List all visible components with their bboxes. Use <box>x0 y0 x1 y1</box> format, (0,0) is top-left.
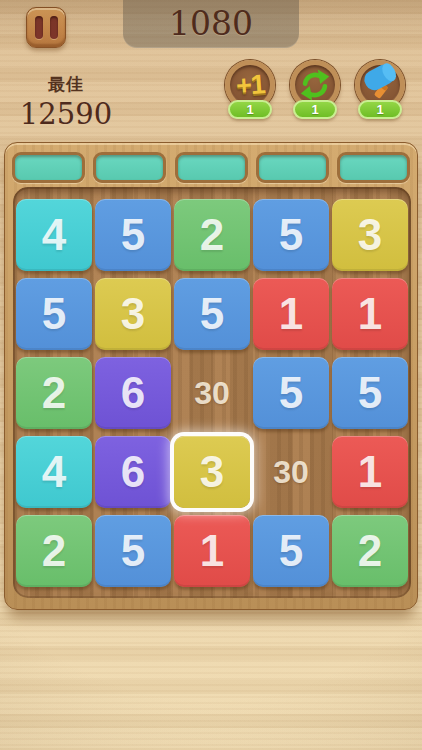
merge-slot <box>337 152 410 183</box>
pause-icon <box>35 16 43 39</box>
tile-3[interactable]: 3 <box>95 278 171 350</box>
floating-score: 30 <box>194 375 230 412</box>
tile-5[interactable]: 5 <box>95 199 171 271</box>
tile-6[interactable]: 6 <box>95 357 171 429</box>
board-frame: 452535351126305546330125152 <box>4 142 418 610</box>
tile-2[interactable]: 2 <box>332 515 408 587</box>
merge-slot <box>175 152 248 183</box>
count-text: 1 <box>376 103 383 116</box>
tile-1[interactable]: 1 <box>332 436 408 508</box>
tile-5[interactable]: 5 <box>95 515 171 587</box>
powerup-count-badge: 1 <box>228 100 272 119</box>
board: 452535351126305546330125152 <box>13 187 411 598</box>
plus-one-icon: +1 <box>235 69 266 102</box>
merge-slot <box>256 152 329 183</box>
powerup-hammer-button[interactable]: 1 <box>352 60 408 119</box>
tile-1[interactable]: 1 <box>174 515 250 587</box>
tile-2[interactable]: 2 <box>16 515 92 587</box>
hammer-icon <box>360 60 400 104</box>
score-banner: 1080 <box>123 0 299 48</box>
slot-row <box>12 152 410 183</box>
board-cell-empty[interactable]: 30 <box>253 436 329 508</box>
powerup-shuffle-button[interactable]: 1 <box>287 60 343 119</box>
tile-5[interactable]: 5 <box>332 357 408 429</box>
count-text: 1 <box>246 103 253 116</box>
tile-6[interactable]: 6 <box>95 436 171 508</box>
best-label: 最佳 <box>8 73 124 96</box>
tile-3[interactable]: 3 <box>174 436 250 508</box>
refresh-arrows-icon <box>298 68 332 102</box>
tile-4[interactable]: 4 <box>16 199 92 271</box>
count-text: 1 <box>311 103 318 116</box>
tile-grid: 452535351126305546330125152 <box>16 199 408 587</box>
tile-5[interactable]: 5 <box>253 357 329 429</box>
tile-4[interactable]: 4 <box>16 436 92 508</box>
best-score-block: 最佳 12590 <box>8 73 124 131</box>
tile-5[interactable]: 5 <box>253 515 329 587</box>
merge-slot <box>12 152 85 183</box>
tile-1[interactable]: 1 <box>332 278 408 350</box>
merge-slot <box>93 152 166 183</box>
powerup-count-badge: 1 <box>358 100 402 119</box>
tile-2[interactable]: 2 <box>174 199 250 271</box>
pause-button[interactable] <box>26 7 66 48</box>
tile-5[interactable]: 5 <box>253 199 329 271</box>
board-cell-empty[interactable]: 30 <box>174 357 250 429</box>
powerup-bar: +1 1 1 <box>222 60 408 119</box>
tile-5[interactable]: 5 <box>16 278 92 350</box>
tile-1[interactable]: 1 <box>253 278 329 350</box>
tile-5[interactable]: 5 <box>174 278 250 350</box>
pause-icon <box>50 16 58 39</box>
tile-2[interactable]: 2 <box>16 357 92 429</box>
floating-score: 30 <box>273 454 309 491</box>
powerup-add-one-button[interactable]: +1 1 <box>222 60 278 119</box>
score-value: 1080 <box>169 7 253 42</box>
tile-3[interactable]: 3 <box>332 199 408 271</box>
powerup-count-badge: 1 <box>293 100 337 119</box>
best-value: 12590 <box>8 97 124 131</box>
